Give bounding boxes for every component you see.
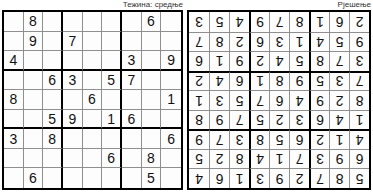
cell-r3c5: 5 <box>269 129 289 149</box>
cell-r9c7: 4 <box>229 12 249 32</box>
cell-r3c1[interactable]: 4 <box>4 51 24 71</box>
cell-r6c5[interactable] <box>83 110 103 130</box>
cell-r4c1: 1 <box>349 110 369 130</box>
cell-r9c8[interactable]: 5 <box>142 168 162 188</box>
cell-r7c6: 2 <box>249 51 269 71</box>
cell-r5c6: 7 <box>249 90 269 110</box>
cell-r8c8: 8 <box>209 32 229 52</box>
cell-r9c3[interactable] <box>43 168 63 188</box>
cell-r8c5: 3 <box>269 32 289 52</box>
cell-r2c5: 1 <box>269 149 289 169</box>
cell-r9c1[interactable] <box>4 168 24 188</box>
cell-r1c3: 7 <box>309 168 329 188</box>
cell-r5c9[interactable]: 1 <box>161 90 181 110</box>
cell-r6c5: 8 <box>269 71 289 91</box>
cell-r8c4: 1 <box>289 32 309 52</box>
cell-r4c8[interactable] <box>142 71 162 91</box>
cell-r6c3[interactable]: 5 <box>43 110 63 130</box>
cell-r4c2[interactable] <box>24 71 44 91</box>
cell-r2c8: 2 <box>209 149 229 169</box>
cell-r2c4: 7 <box>289 149 309 169</box>
cell-r7c9[interactable]: 6 <box>161 129 181 149</box>
cell-r9c2[interactable]: 6 <box>24 168 44 188</box>
cell-r4c1[interactable] <box>4 71 24 91</box>
cell-r6c2: 3 <box>329 71 349 91</box>
cell-r4c7[interactable]: 7 <box>122 71 142 91</box>
cell-r3c9[interactable]: 9 <box>161 51 181 71</box>
cell-r8c1: 9 <box>349 32 369 52</box>
cell-r4c2: 4 <box>329 110 349 130</box>
cell-r6c7[interactable]: 6 <box>122 110 142 130</box>
cell-r7c5[interactable] <box>83 129 103 149</box>
cell-r2c3: 3 <box>309 149 329 169</box>
cell-r6c4: 9 <box>289 71 309 91</box>
cell-r7c6[interactable] <box>102 129 122 149</box>
cell-r1c1: 5 <box>349 168 369 188</box>
cell-r9c3: 1 <box>309 12 329 32</box>
cell-r1c4: 2 <box>289 168 309 188</box>
cell-r6c1[interactable] <box>4 110 24 130</box>
cell-r5c8: 3 <box>209 90 229 110</box>
cell-r6c9[interactable] <box>161 110 181 130</box>
cell-r3c8: 7 <box>209 129 229 149</box>
cell-r5c1: 8 <box>349 90 369 110</box>
cell-r8c3: 4 <box>309 32 329 52</box>
cell-r2c5[interactable] <box>83 32 103 52</box>
cell-r5c1[interactable]: 8 <box>4 90 24 110</box>
cell-r7c7: 9 <box>229 51 249 71</box>
cell-r4c8: 9 <box>209 110 229 130</box>
cell-r3c6: 8 <box>249 129 269 149</box>
cell-r7c3: 8 <box>309 51 329 71</box>
cell-r8c9[interactable] <box>161 149 181 169</box>
cell-r1c2: 8 <box>329 168 349 188</box>
cell-r1c5[interactable] <box>83 12 103 32</box>
cell-r2c1[interactable] <box>4 32 24 52</box>
cell-r9c7[interactable] <box>122 168 142 188</box>
cell-r2c7[interactable] <box>122 32 142 52</box>
cell-r1c8: 6 <box>209 168 229 188</box>
cell-r1c7[interactable] <box>122 12 142 32</box>
cell-r1c7: 1 <box>229 168 249 188</box>
cell-r3c1: 4 <box>349 129 369 149</box>
cell-r1c8[interactable]: 6 <box>142 12 162 32</box>
cell-r4c3: 6 <box>309 110 329 130</box>
cell-r7c9: 6 <box>189 51 209 71</box>
cell-r5c7: 5 <box>229 90 249 110</box>
cell-r5c6[interactable] <box>102 90 122 110</box>
cell-r7c3[interactable]: 8 <box>43 129 63 149</box>
cell-r8c5[interactable] <box>83 149 103 169</box>
cell-r5c7[interactable] <box>122 90 142 110</box>
cell-r5c2: 2 <box>329 90 349 110</box>
cell-r3c8[interactable] <box>142 51 162 71</box>
cell-r6c8[interactable] <box>142 110 162 130</box>
cell-r4c6: 5 <box>249 110 269 130</box>
cell-r1c6[interactable] <box>102 12 122 32</box>
cell-r9c1: 2 <box>349 12 369 32</box>
cell-r3c4[interactable] <box>63 51 83 71</box>
cell-r8c9: 7 <box>189 32 209 52</box>
cell-r7c4: 5 <box>289 51 309 71</box>
cell-r1c3[interactable] <box>43 12 63 32</box>
cell-r7c1: 3 <box>349 51 369 71</box>
cell-r7c8: 1 <box>209 51 229 71</box>
cell-r3c2: 1 <box>329 129 349 149</box>
cell-r9c4[interactable] <box>63 168 83 188</box>
cell-r2c3[interactable] <box>43 32 63 52</box>
difficulty-label: Тежина: средње <box>2 0 183 10</box>
cell-r3c7: 3 <box>229 129 249 149</box>
cell-r4c7: 7 <box>229 110 249 130</box>
cell-r6c9: 2 <box>189 71 209 91</box>
cell-r7c5: 4 <box>269 51 289 71</box>
cell-r1c9[interactable] <box>161 12 181 32</box>
sudoku-puzzle-grid: 8697439635786159163866865 <box>2 10 183 190</box>
cell-r9c5: 7 <box>269 12 289 32</box>
cell-r8c8[interactable]: 8 <box>142 149 162 169</box>
cell-r4c9[interactable] <box>161 71 181 91</box>
cell-r2c6: 4 <box>249 149 269 169</box>
cell-r8c2[interactable] <box>24 149 44 169</box>
cell-r7c8[interactable] <box>142 129 162 149</box>
cell-r7c7[interactable] <box>122 129 142 149</box>
cell-r4c5: 2 <box>269 110 289 130</box>
cell-r6c3: 5 <box>309 71 329 91</box>
cell-r3c2[interactable] <box>24 51 44 71</box>
cell-r5c5[interactable]: 6 <box>83 90 103 110</box>
cell-r6c7: 6 <box>229 71 249 91</box>
cell-r2c8[interactable] <box>142 32 162 52</box>
cell-r8c7: 2 <box>229 32 249 52</box>
cell-r5c9: 1 <box>189 90 209 110</box>
cell-r8c6: 6 <box>249 32 269 52</box>
cell-r2c1: 6 <box>349 149 369 169</box>
cell-r2c6[interactable] <box>102 32 122 52</box>
cell-r7c2[interactable] <box>24 129 44 149</box>
cell-r9c6[interactable] <box>102 168 122 188</box>
cell-r3c5[interactable] <box>83 51 103 71</box>
cell-r4c9: 8 <box>189 110 209 130</box>
cell-r3c3: 2 <box>309 129 329 149</box>
cell-r1c5: 9 <box>269 168 289 188</box>
cell-r9c9[interactable] <box>161 168 181 188</box>
cell-r2c2[interactable]: 9 <box>24 32 44 52</box>
cell-r9c6: 9 <box>249 12 269 32</box>
cell-r3c6[interactable] <box>102 51 122 71</box>
cell-r3c3[interactable] <box>43 51 63 71</box>
cell-r8c6[interactable]: 6 <box>102 149 122 169</box>
cell-r6c2[interactable] <box>24 110 44 130</box>
cell-r7c1[interactable]: 3 <box>4 129 24 149</box>
cell-r2c9: 5 <box>189 149 209 169</box>
cell-r9c8: 5 <box>209 12 229 32</box>
cell-r5c3: 9 <box>309 90 329 110</box>
cell-r3c4: 6 <box>289 129 309 149</box>
cell-r3c9: 9 <box>189 129 209 149</box>
cell-r4c3[interactable]: 6 <box>43 71 63 91</box>
cell-r8c3[interactable] <box>43 149 63 169</box>
cell-r8c7[interactable] <box>122 149 142 169</box>
cell-r8c1[interactable] <box>4 149 24 169</box>
solution-label: Рјешење <box>187 0 371 10</box>
cell-r5c2[interactable] <box>24 90 44 110</box>
sudoku-solution-grid-rotated: 5872931646937148254126583791463257988294… <box>187 10 371 190</box>
cell-r1c9: 4 <box>189 168 209 188</box>
cell-r3c7[interactable]: 3 <box>122 51 142 71</box>
cell-r6c8: 4 <box>209 71 229 91</box>
cell-r6c6: 1 <box>249 71 269 91</box>
cell-r4c5[interactable] <box>83 71 103 91</box>
cell-r6c4[interactable]: 9 <box>63 110 83 130</box>
cell-r1c4[interactable] <box>63 12 83 32</box>
cell-r9c9: 3 <box>189 12 209 32</box>
cell-r8c4[interactable] <box>63 149 83 169</box>
cell-r2c7: 8 <box>229 149 249 169</box>
cell-r4c6[interactable]: 5 <box>102 71 122 91</box>
cell-r5c4: 4 <box>289 90 309 110</box>
cell-r7c2: 7 <box>329 51 349 71</box>
cell-r2c2: 9 <box>329 149 349 169</box>
cell-r6c1: 7 <box>349 71 369 91</box>
cell-r9c5[interactable] <box>83 168 103 188</box>
cell-r1c1[interactable] <box>4 12 24 32</box>
cell-r4c4: 3 <box>289 110 309 130</box>
cell-r6c6[interactable]: 1 <box>102 110 122 130</box>
cell-r9c4: 8 <box>289 12 309 32</box>
cell-r7c4[interactable] <box>63 129 83 149</box>
cell-r2c9[interactable] <box>161 32 181 52</box>
cell-r5c4[interactable] <box>63 90 83 110</box>
cell-r5c5: 6 <box>269 90 289 110</box>
cell-r2c4[interactable]: 7 <box>63 32 83 52</box>
cell-r1c6: 3 <box>249 168 269 188</box>
cell-r5c3[interactable] <box>43 90 63 110</box>
cell-r4c4[interactable]: 3 <box>63 71 83 91</box>
cell-r1c2[interactable]: 8 <box>24 12 44 32</box>
cell-r5c8[interactable] <box>142 90 162 110</box>
cell-r9c2: 6 <box>329 12 349 32</box>
cell-r8c2: 5 <box>329 32 349 52</box>
